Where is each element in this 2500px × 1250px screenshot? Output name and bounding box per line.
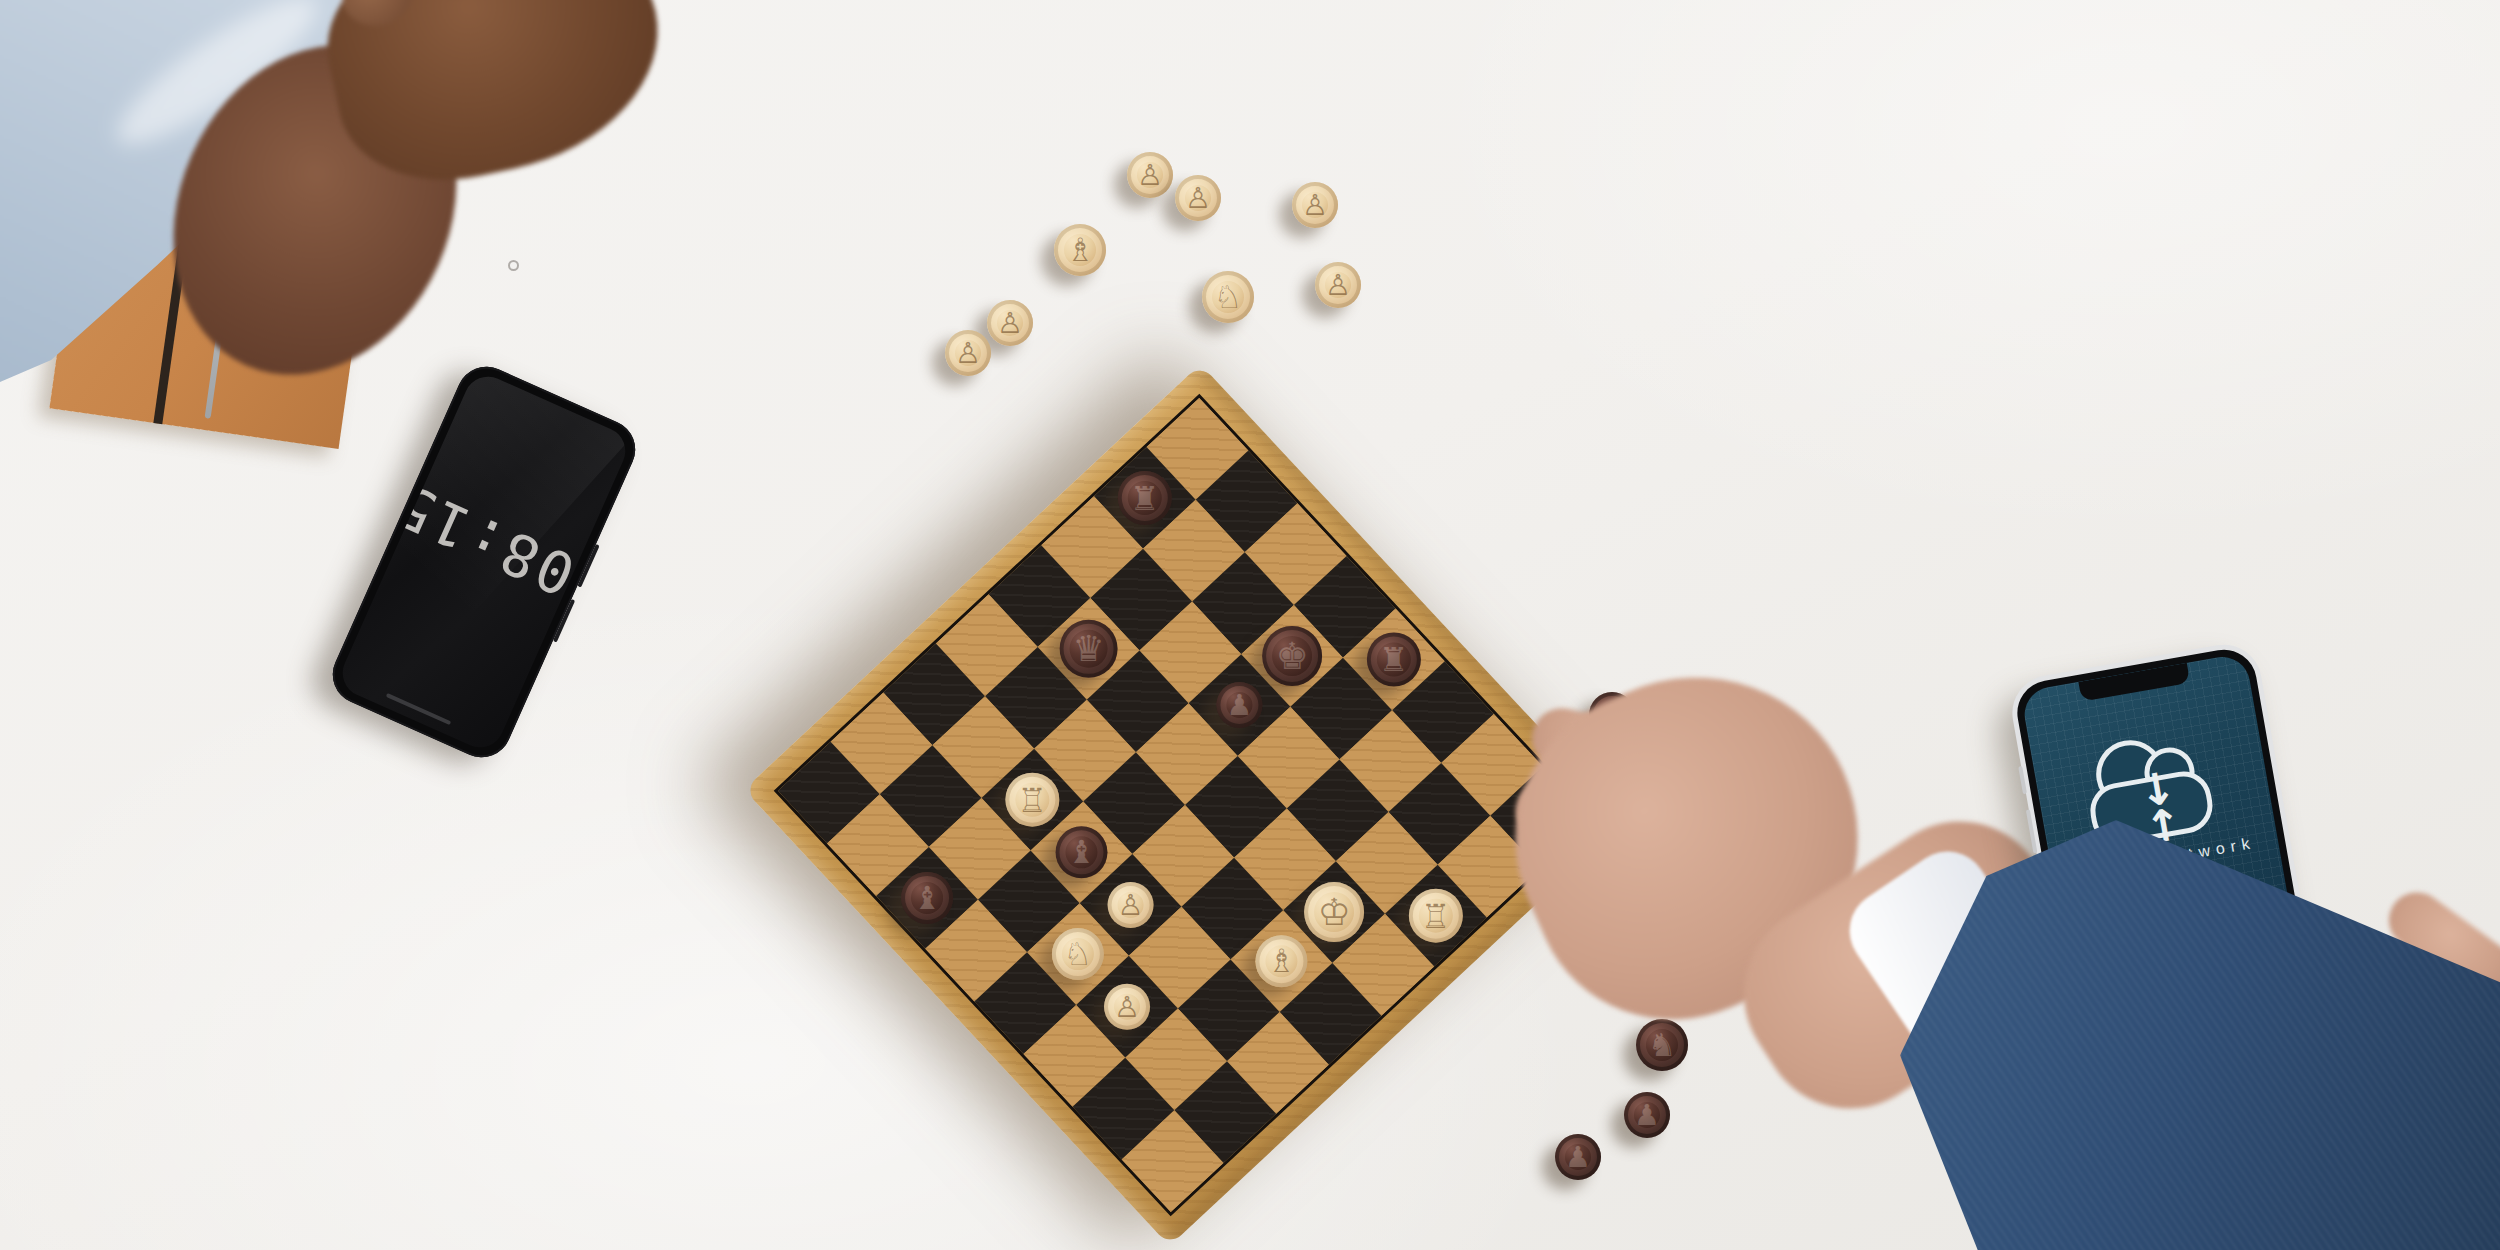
white-pawn[interactable]: ♙ <box>1108 882 1154 928</box>
black-rook[interactable]: ♜ <box>1118 471 1172 525</box>
white-pawn[interactable]: ♙ <box>987 300 1033 346</box>
white-pawn[interactable]: ♙ <box>945 330 991 376</box>
table-speck <box>508 260 519 271</box>
white-pawn[interactable]: ♙ <box>1292 182 1338 228</box>
white-rook[interactable]: ♖ <box>1005 773 1059 827</box>
white-bishop[interactable]: ♗ <box>1255 935 1307 987</box>
white-bishop[interactable]: ♗ <box>1054 224 1106 276</box>
white-pawn[interactable]: ♙ <box>1127 152 1173 198</box>
black-pawn[interactable]: ♟ <box>1216 682 1262 728</box>
black-bishop[interactable]: ♝ <box>1055 826 1107 878</box>
white-knight[interactable]: ♘ <box>1202 271 1254 323</box>
black-pawn[interactable]: ♟ <box>1555 1134 1601 1180</box>
black-king[interactable]: ♚ <box>1262 626 1322 686</box>
black-pawn[interactable]: ♟ <box>1624 1092 1670 1138</box>
white-pawn[interactable]: ♙ <box>1104 984 1150 1030</box>
scene: 08:15AM ♜♜♚♟♖♛♔♗♖♝♙♘♙♝ ♙♙♙♗♘♙♙♙♟♟♟♞♞♟♟♙ … <box>0 0 2500 1250</box>
white-rook[interactable]: ♖ <box>1409 889 1463 943</box>
black-queen[interactable]: ♛ <box>1060 620 1118 678</box>
black-bishop[interactable]: ♝ <box>901 872 953 924</box>
home-indicator <box>386 693 452 725</box>
white-king[interactable]: ♔ <box>1304 882 1364 942</box>
white-pawn[interactable]: ♙ <box>1175 175 1221 221</box>
white-knight[interactable]: ♘ <box>1052 928 1104 980</box>
black-rook[interactable]: ♜ <box>1367 632 1421 686</box>
white-pawn[interactable]: ♙ <box>1315 262 1361 308</box>
black-knight[interactable]: ♞ <box>1636 1019 1688 1071</box>
